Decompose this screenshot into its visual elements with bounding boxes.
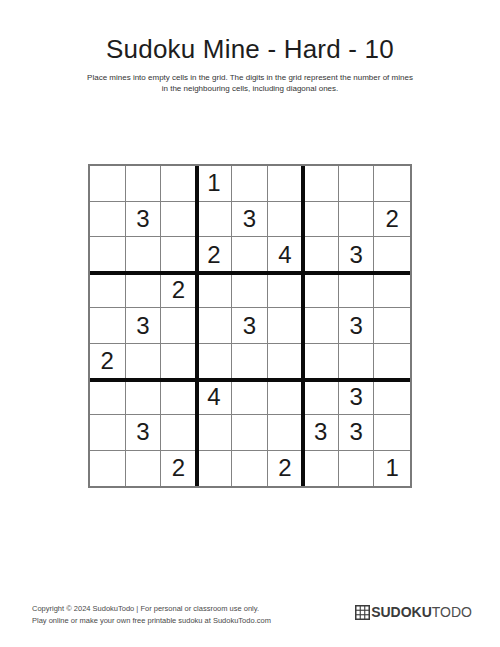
instructions-line-1: Place mines into empty cells in the grid…: [0, 72, 500, 83]
cell-r2c1[interactable]: [90, 202, 126, 238]
cell-r6c9[interactable]: [374, 344, 410, 380]
cell-r2c7[interactable]: [303, 202, 339, 238]
cell-r9c7[interactable]: [303, 451, 339, 487]
cell-r5c6[interactable]: [268, 308, 304, 344]
cell-r4c2[interactable]: [126, 273, 162, 309]
cell-r7c1[interactable]: [90, 380, 126, 416]
cell-r8c7: 3: [303, 415, 339, 451]
cell-r8c2: 3: [126, 415, 162, 451]
cell-r9c4[interactable]: [197, 451, 233, 487]
clue-digit: 2: [278, 456, 291, 480]
cell-r4c9[interactable]: [374, 273, 410, 309]
logo-text-sudoku: SUDOKU: [371, 604, 432, 620]
cell-r9c9: 1: [374, 451, 410, 487]
cell-r2c4[interactable]: [197, 202, 233, 238]
cell-r3c5[interactable]: [232, 237, 268, 273]
cell-r3c7[interactable]: [303, 237, 339, 273]
clue-digit: 3: [314, 420, 327, 444]
cell-r2c5: 3: [232, 202, 268, 238]
cell-r4c6[interactable]: [268, 273, 304, 309]
logo-wordmark: SUDOKUTODO: [371, 604, 472, 620]
instructions: Place mines into empty cells in the grid…: [0, 72, 500, 94]
clue-digit: 4: [207, 385, 220, 409]
clue-digit: 3: [349, 243, 362, 267]
cell-r1c7[interactable]: [303, 166, 339, 202]
cell-r5c2: 3: [126, 308, 162, 344]
cell-r7c9[interactable]: [374, 380, 410, 416]
cell-r5c3[interactable]: [161, 308, 197, 344]
cell-r3c3[interactable]: [161, 237, 197, 273]
clue-digit: 2: [101, 349, 114, 373]
box-separator-horizontal-2: [90, 378, 410, 382]
cell-r2c3[interactable]: [161, 202, 197, 238]
cell-r8c8: 3: [339, 415, 375, 451]
cell-r6c2[interactable]: [126, 344, 162, 380]
cell-r9c8[interactable]: [339, 451, 375, 487]
cell-r4c3: 2: [161, 273, 197, 309]
clue-digit: 2: [386, 207, 399, 231]
cell-r9c2[interactable]: [126, 451, 162, 487]
cell-r3c2[interactable]: [126, 237, 162, 273]
cell-r8c6[interactable]: [268, 415, 304, 451]
cell-r4c1[interactable]: [90, 273, 126, 309]
instructions-line-2: in the neighbouring cells, including dia…: [0, 83, 500, 94]
cell-r8c1[interactable]: [90, 415, 126, 451]
cell-r4c8[interactable]: [339, 273, 375, 309]
cell-r8c5[interactable]: [232, 415, 268, 451]
cell-r4c5[interactable]: [232, 273, 268, 309]
clue-digit: 2: [207, 243, 220, 267]
cell-r1c9[interactable]: [374, 166, 410, 202]
cell-r1c6[interactable]: [268, 166, 304, 202]
cell-r7c7[interactable]: [303, 380, 339, 416]
footer-copyright-line-1: Copyright © 2024 SudokuTodo | For person…: [32, 603, 271, 615]
cell-r5c5: 3: [232, 308, 268, 344]
cell-r2c6[interactable]: [268, 202, 304, 238]
clue-digit: 4: [278, 243, 291, 267]
cell-r5c1[interactable]: [90, 308, 126, 344]
clue-digit: 1: [386, 456, 399, 480]
cell-r6c1: 2: [90, 344, 126, 380]
cell-r7c8: 3: [339, 380, 375, 416]
cell-r6c3[interactable]: [161, 344, 197, 380]
cell-r3c1[interactable]: [90, 237, 126, 273]
clue-digit: 3: [349, 314, 362, 338]
cell-r1c2[interactable]: [126, 166, 162, 202]
sudoku-mine-board: 13322432333243333221: [88, 164, 412, 488]
cell-r1c1[interactable]: [90, 166, 126, 202]
cell-r1c8[interactable]: [339, 166, 375, 202]
cell-r3c9[interactable]: [374, 237, 410, 273]
sudokutodo-logo: SUDOKUTODO: [355, 604, 472, 620]
clue-digit: 2: [172, 456, 185, 480]
cell-r5c7[interactable]: [303, 308, 339, 344]
box-separator-horizontal-1: [90, 271, 410, 275]
cell-r9c1[interactable]: [90, 451, 126, 487]
footer-copyright: Copyright © 2024 SudokuTodo | For person…: [32, 603, 271, 627]
cell-r8c4[interactable]: [197, 415, 233, 451]
cell-r6c6[interactable]: [268, 344, 304, 380]
sudoku-grid-icon: [355, 605, 370, 620]
clue-digit: 3: [243, 314, 256, 338]
cell-r6c4[interactable]: [197, 344, 233, 380]
logo-text-todo: TODO: [432, 604, 472, 620]
cell-r3c6: 4: [268, 237, 304, 273]
cell-r5c8: 3: [339, 308, 375, 344]
clue-digit: 3: [243, 207, 256, 231]
cell-r6c5[interactable]: [232, 344, 268, 380]
cell-r9c3: 2: [161, 451, 197, 487]
box-separator-vertical-2: [301, 166, 305, 486]
clue-digit: 3: [136, 420, 149, 444]
cell-r7c5[interactable]: [232, 380, 268, 416]
cell-r1c3[interactable]: [161, 166, 197, 202]
cell-r2c2: 3: [126, 202, 162, 238]
cell-r7c2[interactable]: [126, 380, 162, 416]
clue-digit: 3: [349, 385, 362, 409]
clue-digit: 1: [207, 171, 220, 195]
cell-r6c8[interactable]: [339, 344, 375, 380]
cell-r1c5[interactable]: [232, 166, 268, 202]
cell-r4c7[interactable]: [303, 273, 339, 309]
cell-r3c8: 3: [339, 237, 375, 273]
cell-r9c6: 2: [268, 451, 304, 487]
cell-r8c9[interactable]: [374, 415, 410, 451]
clue-digit: 3: [136, 207, 149, 231]
cell-r5c4[interactable]: [197, 308, 233, 344]
clue-digit: 3: [136, 314, 149, 338]
page-title: Sudoku Mine - Hard - 10: [0, 34, 500, 65]
cell-r7c3[interactable]: [161, 380, 197, 416]
box-separator-vertical-1: [195, 166, 199, 486]
cell-r3c4: 2: [197, 237, 233, 273]
puzzle-page: Sudoku Mine - Hard - 10 Place mines into…: [0, 0, 500, 647]
cell-r6c7[interactable]: [303, 344, 339, 380]
cell-r9c5[interactable]: [232, 451, 268, 487]
footer-copyright-line-2: Play online or make your own free printa…: [32, 615, 271, 627]
clue-digit: 3: [349, 420, 362, 444]
cell-r4c4[interactable]: [197, 273, 233, 309]
cell-r2c8[interactable]: [339, 202, 375, 238]
cell-r8c3[interactable]: [161, 415, 197, 451]
cell-r2c9: 2: [374, 202, 410, 238]
clue-digit: 2: [172, 278, 185, 302]
cell-r5c9[interactable]: [374, 308, 410, 344]
cell-r1c4: 1: [197, 166, 233, 202]
cell-r7c4: 4: [197, 380, 233, 416]
cell-r7c6[interactable]: [268, 380, 304, 416]
